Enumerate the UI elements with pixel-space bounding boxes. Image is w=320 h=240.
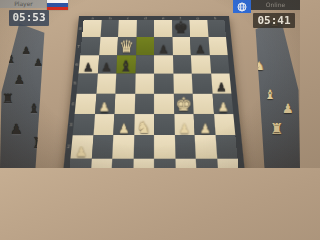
rank-label-8: 8 [77, 26, 83, 30]
square-a6[interactable]: ♟ [79, 55, 99, 74]
captured-white-knight: ♞ [254, 60, 265, 72]
square-d3[interactable]: ♞ [134, 114, 154, 136]
left-player-name: Player [14, 0, 33, 7]
square-a1[interactable] [68, 158, 91, 168]
rank-label-4: 4 [70, 101, 76, 106]
square-a4[interactable] [75, 93, 96, 114]
white-pawn-b4[interactable]: ♟ [99, 101, 110, 113]
square-b3[interactable] [93, 114, 114, 136]
square-g3[interactable]: ♟ [194, 114, 215, 136]
white-pawn-h4[interactable]: ♟ [218, 101, 229, 113]
white-knight-d3[interactable]: ♞ [137, 119, 152, 135]
square-f5[interactable] [173, 74, 193, 94]
right-player-clock: 05:41 [253, 13, 295, 28]
square-b7[interactable] [99, 37, 118, 55]
square-c6[interactable]: ♝ [116, 55, 135, 74]
square-e5[interactable] [154, 74, 173, 94]
black-pawn-h5[interactable]: ♟ [216, 81, 227, 93]
square-e7[interactable]: ♟ [154, 37, 172, 55]
square-d6[interactable] [135, 55, 154, 74]
square-h7[interactable] [208, 37, 228, 55]
black-pawn-b6[interactable]: ♟ [101, 62, 112, 74]
chess-board[interactable]: ♚♛♟♟♟♟♝♟♟♚♟♟♞♟♟♟ [68, 20, 240, 168]
captured-white-rook: ♜ [270, 122, 283, 137]
square-b2[interactable] [91, 136, 113, 159]
square-g7[interactable]: ♟ [190, 37, 209, 55]
square-g6[interactable] [191, 55, 211, 74]
captured-white-bishop: ♝ [264, 88, 276, 101]
square-g8[interactable] [189, 20, 208, 37]
white-pawn-a2[interactable]: ♟ [75, 145, 87, 158]
square-b5[interactable] [96, 74, 116, 94]
square-e1[interactable] [154, 158, 175, 168]
rank-label-3: 3 [68, 122, 74, 128]
rank-label-2: 2 [65, 144, 71, 150]
white-pawn-g3[interactable]: ♟ [199, 123, 210, 136]
square-b4[interactable]: ♟ [95, 93, 116, 114]
square-c4[interactable] [114, 93, 134, 114]
square-f1[interactable] [175, 158, 197, 168]
square-e2[interactable] [154, 136, 175, 159]
rank-label-6: 6 [74, 62, 80, 67]
chess-board-frame: ♚♛♟♟♟♟♝♟♟♚♟♟♞♟♟♟ abcdefgh abcdefgh 87654… [61, 16, 247, 168]
captured-black-pawn: ♟ [14, 74, 25, 86]
white-pawn-c3[interactable]: ♟ [118, 123, 129, 136]
square-d7[interactable] [136, 37, 154, 55]
square-a8[interactable] [82, 20, 101, 37]
square-d5[interactable] [135, 74, 154, 94]
globe-icon [237, 2, 247, 12]
black-pawn-a6[interactable]: ♟ [83, 62, 94, 74]
square-c3[interactable]: ♟ [113, 114, 134, 136]
white-king-f4[interactable]: ♚ [176, 96, 192, 114]
square-h4[interactable]: ♟ [212, 93, 233, 114]
captured-black-pawn: ♟ [22, 46, 31, 56]
captured-black-rook: ♜ [2, 92, 14, 105]
square-c1[interactable] [111, 158, 133, 168]
square-d4[interactable] [134, 93, 154, 114]
square-h2[interactable] [215, 136, 238, 159]
square-g5[interactable] [192, 74, 212, 94]
square-f6[interactable] [172, 55, 191, 74]
square-f7[interactable] [172, 37, 191, 55]
square-f4[interactable]: ♚ [173, 93, 193, 114]
square-g2[interactable] [195, 136, 217, 159]
square-d8[interactable] [136, 20, 154, 37]
square-h1[interactable] [217, 158, 240, 168]
square-a5[interactable] [77, 74, 98, 94]
square-d1[interactable] [133, 158, 154, 168]
square-d2[interactable] [133, 136, 154, 159]
square-a7[interactable] [80, 37, 100, 55]
black-pawn-e7[interactable]: ♟ [158, 43, 168, 55]
square-h6[interactable] [209, 55, 229, 74]
square-f8[interactable]: ♚ [172, 20, 190, 37]
square-f3[interactable]: ♟ [174, 114, 195, 136]
square-e6[interactable] [154, 55, 173, 74]
captured-white-pawn: ♟ [282, 102, 294, 115]
chess-board-scene: ♚♛♟♟♟♟♝♟♟♚♟♟♞♟♟♟ abcdefgh abcdefgh 87654… [70, 16, 238, 168]
square-h3[interactable] [213, 114, 235, 136]
square-a3[interactable] [73, 114, 95, 136]
white-queen-c7[interactable]: ♛ [119, 38, 134, 55]
square-c7[interactable]: ♛ [117, 37, 136, 55]
square-e4[interactable] [154, 93, 174, 114]
captured-black-pawn: ♟ [10, 122, 23, 136]
square-b1[interactable] [90, 158, 113, 168]
flag-stripe-red [47, 7, 68, 10]
right-player-name-plate: Online [251, 0, 300, 10]
square-h5[interactable]: ♟ [211, 74, 232, 94]
black-pawn-g7[interactable]: ♟ [195, 43, 205, 55]
right-player-name: Online [266, 1, 285, 8]
captured-white-bishop: ♝ [240, 54, 250, 65]
square-e3[interactable] [154, 114, 174, 136]
square-c5[interactable] [115, 74, 135, 94]
online-opponent-button[interactable] [233, 0, 251, 13]
square-h8[interactable] [207, 20, 226, 37]
left-player-name-plate: Player [0, 0, 47, 8]
square-b8[interactable] [100, 20, 119, 37]
black-king-f8[interactable]: ♚ [174, 21, 189, 37]
captured-black-pawn: ♟ [34, 58, 43, 68]
square-g4[interactable] [193, 93, 214, 114]
square-b6[interactable]: ♟ [97, 55, 117, 74]
white-pawn-f3[interactable]: ♟ [179, 123, 190, 136]
square-e8[interactable] [154, 20, 172, 37]
square-c2[interactable] [112, 136, 133, 159]
square-g1[interactable] [196, 158, 219, 168]
captured-black-bishop: ♝ [28, 102, 40, 115]
captured-white-pawn: ♟ [244, 40, 253, 50]
left-player-clock: 05:53 [9, 10, 49, 26]
captured-black-rook: ♜ [32, 136, 45, 151]
captured-black-bishop: ♝ [6, 54, 16, 65]
square-a2[interactable]: ♟ [70, 136, 93, 159]
square-c8[interactable] [118, 20, 136, 37]
square-f2[interactable] [174, 136, 195, 159]
russia-flag-icon [47, 0, 68, 10]
captured-black-pieces-tray: ♞♟♟♝♟♜♝♟♜ [0, 16, 74, 168]
black-bishop-c6[interactable]: ♝ [119, 59, 133, 74]
